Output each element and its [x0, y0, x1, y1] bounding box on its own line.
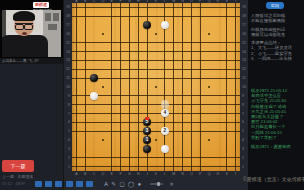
- coordinate-label: T: [231, 172, 240, 177]
- toolbar-pages: [35, 181, 96, 187]
- pen-tool-icon[interactable]: ✎: [111, 179, 116, 189]
- coordinate-label: 8: [65, 100, 71, 109]
- chat-messages: 棋友2871 21:05:12老师这手怎么应小飞守角 21:05:30白棋被压扁…: [251, 88, 301, 149]
- coordinate-label: E: [107, 172, 116, 177]
- coordinate-label: 19: [241, 3, 247, 12]
- coordinate-label: 11: [65, 74, 71, 83]
- coordinate-label: R: [213, 172, 222, 177]
- white-stone: 4: [161, 109, 169, 117]
- lesson-note-line: 3、一间跳——出头快: [251, 56, 301, 61]
- star-point: [208, 33, 210, 35]
- streamer-hair: [13, 11, 35, 21]
- coordinate-label: 13: [65, 56, 71, 65]
- coordinate-label: Q: [205, 172, 214, 177]
- slider-knob[interactable]: [157, 182, 160, 186]
- live-stream-window: 爱棋道 爱棋道围棋课堂 实战复盘——黑, 飞, J7° 下一题 上一题 · 本题…: [0, 0, 304, 190]
- coordinate-label: F: [116, 172, 125, 177]
- webcam-panel: 爱棋道 爱棋道围棋课堂: [0, 0, 63, 58]
- coordinate-label: B: [81, 172, 90, 177]
- dot-tool-icon[interactable]: ●: [138, 179, 141, 189]
- coordinate-label: M: [169, 172, 178, 177]
- size-slider[interactable]: [150, 183, 163, 185]
- ghost-white-stone: [161, 100, 169, 108]
- coordinate-label: L: [160, 172, 169, 177]
- coordinate-label: A: [72, 172, 81, 177]
- text-tool-icon[interactable]: A: [104, 179, 108, 189]
- wall-poster: [45, 13, 51, 21]
- coordinate-label: 9: [65, 91, 71, 100]
- chat-message: 棋友2871：谢谢老师: [251, 144, 301, 149]
- streamer-mouth: [22, 32, 27, 35]
- coordinate-label: 12: [241, 65, 247, 74]
- move-number: 4: [163, 111, 166, 116]
- black-stone: [143, 21, 151, 29]
- wall-poster: [53, 13, 59, 21]
- webcam-video: [2, 10, 61, 57]
- board-area: ABCDEFGHJKLMNOPQRST ABCDEFGHJKLMNOPQRST …: [64, 0, 248, 190]
- coordinate-label: 17: [65, 21, 71, 30]
- coordinates-bottom: ABCDEFGHJKLMNOPQRST: [72, 172, 240, 177]
- star-point: [208, 86, 210, 88]
- coordinate-label: 18: [65, 12, 71, 21]
- move-number: 3: [146, 129, 149, 134]
- coordinate-label: 3: [241, 144, 247, 153]
- coordinate-label: 14: [65, 47, 71, 56]
- move-number: 1: [146, 138, 149, 143]
- toolbar-page-button[interactable]: [76, 181, 83, 187]
- coordinate-label: 19: [65, 3, 71, 12]
- coordinate-label: C: [90, 172, 99, 177]
- left-panel-footer: 05:12 · 480P: [2, 181, 25, 186]
- white-stone: 2: [161, 127, 169, 135]
- copyright-watermark: ©爱棋道（北京）文化传媒有限公司: [243, 176, 304, 182]
- coordinate-label: 15: [241, 38, 247, 47]
- white-stone: [161, 145, 169, 153]
- coordinate-label: S: [222, 172, 231, 177]
- toolbar-page-button[interactable]: [55, 181, 62, 187]
- coordinate-label: 10: [65, 83, 71, 92]
- coordinate-label: 1: [65, 162, 71, 171]
- white-stone: [161, 21, 169, 29]
- coordinate-label: 4: [65, 136, 71, 145]
- toolbar-page-button[interactable]: [35, 181, 42, 187]
- coordinate-label: 5: [65, 127, 71, 136]
- coordinate-label: 4: [241, 136, 247, 145]
- coordinate-label: O: [187, 172, 196, 177]
- next-problem-button[interactable]: 下一题: [2, 160, 34, 172]
- toolbar-page-button[interactable]: [66, 181, 73, 187]
- coordinate-label: 10: [241, 83, 247, 92]
- close-icon[interactable]: ✕: [170, 179, 174, 189]
- black-stone: 5: [143, 118, 151, 126]
- streamer-glasses: [15, 23, 33, 29]
- streamer-body: [2, 35, 48, 57]
- star-point: [208, 139, 210, 141]
- coordinate-label: H: [134, 172, 143, 177]
- toolbar-page-button[interactable]: [86, 181, 93, 187]
- coordinate-label: 7: [65, 109, 71, 118]
- coordinate-label: 3: [65, 144, 71, 153]
- current-move-marker: [145, 117, 149, 121]
- toolbar-page-button[interactable]: [45, 181, 52, 187]
- coordinate-label: D: [99, 172, 108, 177]
- coordinate-label: 15: [65, 38, 71, 47]
- coordinate-label: P: [196, 172, 205, 177]
- star-point: [155, 33, 157, 35]
- lesson-notes: 八路扳过之后白棋不能直接扳断黑棋白棋脱先他投的话黑棋可以连扳吃角本课要点总结：1…: [251, 13, 301, 61]
- coordinate-label: 16: [241, 30, 247, 39]
- coordinate-label: 11: [241, 74, 247, 83]
- go-board[interactable]: 45321: [72, 3, 240, 171]
- coordinate-label: N: [178, 172, 187, 177]
- coordinate-label: 7: [241, 109, 247, 118]
- left-panel: 下一题 上一题 · 本题答案 05:12 · 480P: [0, 64, 63, 190]
- coordinate-label: J: [143, 172, 152, 177]
- star-point: [155, 86, 157, 88]
- bottom-toolbar: A✎▢◯● ✕: [35, 179, 247, 189]
- star-point: [102, 86, 104, 88]
- black-stone: 1: [143, 136, 151, 144]
- coordinate-label: G: [125, 172, 134, 177]
- white-stone: [90, 92, 98, 100]
- coordinate-label: 2: [241, 153, 247, 162]
- coordinate-label: 12: [65, 65, 71, 74]
- coordinate-label: 16: [65, 30, 71, 39]
- coordinate-label: 1: [241, 162, 247, 171]
- circle-tool-icon[interactable]: ◯: [128, 179, 134, 189]
- star-point: [102, 33, 104, 35]
- coordinate-label: 14: [241, 47, 247, 56]
- coordinate-label: 2: [65, 153, 71, 162]
- coordinate-label: 18: [241, 12, 247, 21]
- coordinate-label: 6: [241, 118, 247, 127]
- black-stone: 3: [143, 127, 151, 135]
- coordinate-label: 17: [241, 21, 247, 30]
- star-point: [155, 139, 157, 141]
- coordinate-label: K: [152, 172, 161, 177]
- move-number: 2: [163, 129, 166, 134]
- coordinate-label: 13: [241, 56, 247, 65]
- star-point: [102, 139, 104, 141]
- coordinates-left: 19181716151413121110987654321: [65, 3, 71, 171]
- coordinate-label: 6: [65, 118, 71, 127]
- black-stone: [143, 145, 151, 153]
- coordinate-label: 8: [241, 100, 247, 109]
- black-stone: [90, 74, 98, 82]
- toolbar-tools: A✎▢◯●: [104, 179, 144, 189]
- coordinate-label: 5: [241, 127, 247, 136]
- board-grid: 45321: [72, 3, 240, 171]
- rect-tool-icon[interactable]: ▢: [119, 179, 124, 189]
- ask-question-button[interactable]: 提问: [266, 2, 284, 9]
- move-number: 5: [146, 120, 149, 125]
- wall-poster: [48, 24, 57, 30]
- coordinates-right: 19181716151413121110987654321: [241, 3, 247, 171]
- coordinate-label: 9: [241, 91, 247, 100]
- left-panel-caption: 上一题 · 本题答案: [2, 174, 34, 179]
- right-panel: 提问 八路扳过之后白棋不能直接扳断黑棋白棋脱先他投的话黑棋可以连扳吃角本课要点总…: [248, 0, 304, 190]
